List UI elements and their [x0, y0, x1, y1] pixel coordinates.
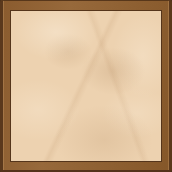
- frame-edge-left: [0, 0, 3, 172]
- board-frame: [0, 0, 172, 172]
- frame-edge-bottom: [0, 170, 172, 172]
- frame-edge-top: [0, 0, 172, 1]
- board[interactable]: [10, 10, 162, 162]
- frame-edge-right: [169, 0, 172, 172]
- pieces-layer: [11, 11, 161, 161]
